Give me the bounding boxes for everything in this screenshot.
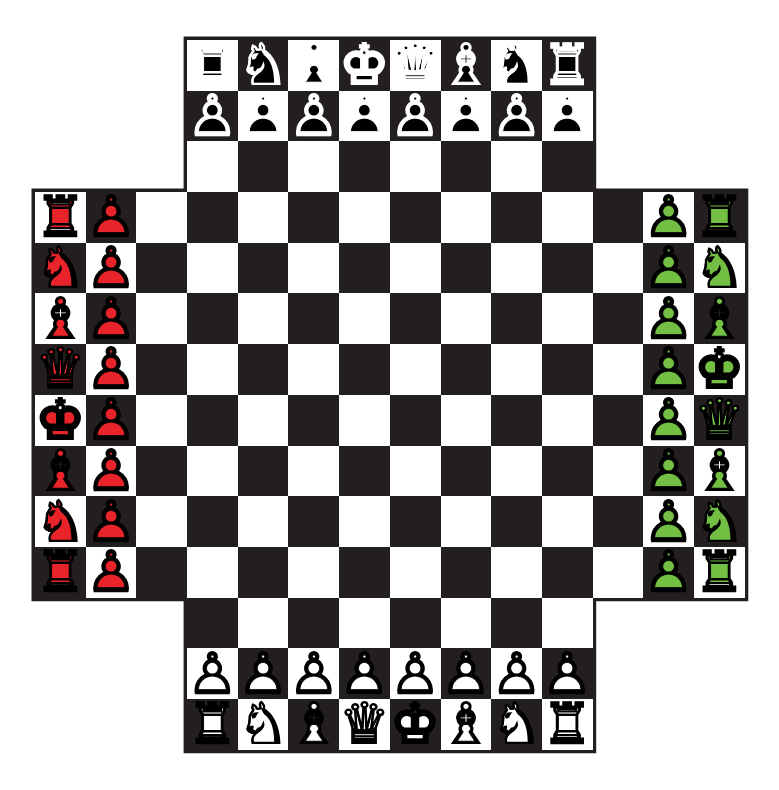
board-square[interactable] [339, 243, 390, 294]
white-rook-icon: ♜♖ [542, 699, 593, 750]
piece-outline-glyph: ♙ [339, 91, 390, 142]
board-square[interactable] [339, 192, 390, 243]
board-square[interactable]: ♟♙ [441, 91, 492, 142]
piece-outline-glyph: ♙ [86, 547, 137, 598]
board-square[interactable] [288, 243, 339, 294]
black-pawn-icon: ♟♙ [491, 91, 542, 142]
board-square[interactable] [593, 496, 644, 547]
piece-outline-glyph: ♙ [441, 91, 492, 142]
board-square[interactable] [441, 547, 492, 598]
board-square[interactable] [441, 395, 492, 446]
board-square[interactable]: ♜♖ [694, 547, 745, 598]
board-square[interactable]: ♚♔ [390, 699, 441, 750]
black-pawn-icon: ♟♙ [390, 91, 441, 142]
piece-outline-glyph: ♙ [288, 91, 339, 142]
piece-outline-glyph: ♖ [187, 699, 238, 750]
board-square[interactable]: ♟♙ [238, 91, 289, 142]
board-square[interactable] [288, 141, 339, 192]
board-square[interactable] [441, 496, 492, 547]
off-board-area [593, 141, 644, 192]
board-square[interactable] [238, 446, 289, 497]
off-board-area [35, 699, 86, 750]
black-pawn-icon: ♟♙ [288, 91, 339, 142]
board-square[interactable]: ♟♙ [86, 547, 137, 598]
off-board-area [35, 91, 86, 142]
board-square[interactable]: ♟♙ [390, 91, 441, 142]
board-square[interactable] [136, 293, 187, 344]
board-square[interactable]: ♟♙ [491, 91, 542, 142]
piece-outline-glyph: ♔ [390, 699, 441, 750]
off-board-area [86, 40, 137, 91]
board-square[interactable] [339, 446, 390, 497]
board-square[interactable] [593, 344, 644, 395]
piece-outline-glyph: ♘ [238, 699, 289, 750]
board-square[interactable]: ♜♖ [542, 699, 593, 750]
board-square[interactable] [187, 141, 238, 192]
piece-outline-glyph: ♙ [643, 547, 694, 598]
board-square[interactable] [441, 243, 492, 294]
board-square[interactable] [542, 344, 593, 395]
board-square[interactable] [542, 395, 593, 446]
board-grid: ♜♖♞♘♝♗♚♔♛♕♝♗♞♘♜♖♟♙♟♙♟♙♟♙♟♙♟♙♟♙♟♙♜♖♟♙♟♙♜♖… [35, 40, 745, 750]
board-square[interactable]: ♝♗ [441, 699, 492, 750]
board-square[interactable] [390, 141, 441, 192]
piece-outline-glyph: ♙ [390, 91, 441, 142]
off-board-area [35, 40, 86, 91]
off-board-area [694, 699, 745, 750]
board-square[interactable] [390, 395, 441, 446]
piece-outline-glyph: ♖ [35, 547, 86, 598]
board-square[interactable] [288, 496, 339, 547]
board-square[interactable] [491, 293, 542, 344]
board-square[interactable]: ♞♘ [491, 699, 542, 750]
board-square[interactable] [187, 293, 238, 344]
board-square[interactable] [593, 192, 644, 243]
board-square[interactable]: ♛♕ [339, 699, 390, 750]
off-board-area [694, 40, 745, 91]
board-square[interactable] [339, 141, 390, 192]
white-queen-icon: ♛♕ [339, 699, 390, 750]
white-rook-icon: ♜♖ [187, 699, 238, 750]
off-board-area [643, 699, 694, 750]
board-square[interactable]: ♟♙ [339, 91, 390, 142]
board-square[interactable] [390, 192, 441, 243]
board-square[interactable] [390, 293, 441, 344]
board-square[interactable] [136, 395, 187, 446]
off-board-area [643, 91, 694, 142]
board-square[interactable] [238, 192, 289, 243]
green-pawn-icon: ♟♙ [643, 547, 694, 598]
board-square[interactable] [542, 446, 593, 497]
piece-outline-glyph: ♗ [288, 699, 339, 750]
red-pawn-icon: ♟♙ [86, 547, 137, 598]
board-square[interactable] [593, 243, 644, 294]
board-square[interactable] [136, 446, 187, 497]
off-board-area [643, 598, 694, 649]
off-board-area [593, 699, 644, 750]
white-bishop-icon: ♝♗ [441, 699, 492, 750]
piece-outline-glyph: ♙ [491, 91, 542, 142]
black-pawn-icon: ♟♙ [238, 91, 289, 142]
board-square[interactable] [441, 293, 492, 344]
off-board-area [136, 598, 187, 649]
piece-outline-glyph: ♙ [187, 91, 238, 142]
off-board-area [86, 699, 137, 750]
board-square[interactable] [542, 496, 593, 547]
black-pawn-icon: ♟♙ [441, 91, 492, 142]
piece-outline-glyph: ♖ [542, 699, 593, 750]
board-square[interactable] [339, 547, 390, 598]
white-knight-icon: ♞♘ [238, 699, 289, 750]
off-board-area [694, 648, 745, 699]
off-board-area [86, 598, 137, 649]
piece-outline-glyph: ♙ [542, 91, 593, 142]
board-square[interactable] [187, 344, 238, 395]
board-square[interactable] [542, 141, 593, 192]
board-square[interactable] [491, 395, 542, 446]
board-square[interactable] [238, 141, 289, 192]
piece-outline-glyph: ♗ [441, 699, 492, 750]
board-square[interactable] [238, 293, 289, 344]
board-square[interactable] [339, 344, 390, 395]
board-square[interactable] [593, 446, 644, 497]
board-square[interactable] [441, 344, 492, 395]
white-bishop-icon: ♝♗ [288, 699, 339, 750]
board-square[interactable] [238, 344, 289, 395]
board-square[interactable] [288, 293, 339, 344]
board-square[interactable] [542, 547, 593, 598]
board-square[interactable] [136, 547, 187, 598]
board-square[interactable] [288, 446, 339, 497]
board-square[interactable] [339, 293, 390, 344]
off-board-area [593, 598, 644, 649]
board-square[interactable] [187, 547, 238, 598]
off-board-area [136, 141, 187, 192]
board-square[interactable]: ♟♙ [187, 91, 238, 142]
board-square[interactable] [441, 141, 492, 192]
off-board-area [593, 40, 644, 91]
board-square[interactable] [491, 141, 542, 192]
board-square[interactable] [390, 547, 441, 598]
off-board-area [86, 91, 137, 142]
board-square[interactable] [491, 446, 542, 497]
board-square[interactable] [542, 192, 593, 243]
off-board-area [136, 699, 187, 750]
board-square[interactable]: ♞♘ [238, 699, 289, 750]
off-board-area [136, 648, 187, 699]
board-square[interactable]: ♝♗ [288, 699, 339, 750]
board-square[interactable] [339, 496, 390, 547]
board-square[interactable] [187, 446, 238, 497]
board-square[interactable] [238, 547, 289, 598]
board-square[interactable] [136, 192, 187, 243]
off-board-area [643, 648, 694, 699]
board-square[interactable] [390, 344, 441, 395]
board-square[interactable] [441, 192, 492, 243]
board-square[interactable] [136, 243, 187, 294]
black-pawn-icon: ♟♙ [339, 91, 390, 142]
board-square[interactable] [238, 395, 289, 446]
off-board-area [136, 91, 187, 142]
off-board-area [35, 598, 86, 649]
white-king-icon: ♚♔ [390, 699, 441, 750]
board-square[interactable] [136, 344, 187, 395]
green-rook-icon: ♜♖ [694, 547, 745, 598]
board-square[interactable] [288, 547, 339, 598]
board-square[interactable] [491, 496, 542, 547]
black-pawn-icon: ♟♙ [187, 91, 238, 142]
board-square[interactable] [491, 243, 542, 294]
board-square[interactable] [593, 293, 644, 344]
piece-outline-glyph: ♖ [694, 547, 745, 598]
red-rook-icon: ♜♖ [35, 547, 86, 598]
board-square[interactable] [593, 395, 644, 446]
board-square[interactable] [491, 192, 542, 243]
board-square[interactable]: ♜♖ [35, 547, 86, 598]
board-square[interactable] [288, 344, 339, 395]
board-square[interactable] [187, 496, 238, 547]
piece-outline-glyph: ♘ [491, 699, 542, 750]
piece-outline-glyph: ♙ [238, 91, 289, 142]
board-square[interactable] [136, 496, 187, 547]
board-square[interactable] [390, 496, 441, 547]
off-board-area [593, 91, 644, 142]
piece-outline-glyph: ♕ [339, 699, 390, 750]
off-board-area [35, 648, 86, 699]
black-pawn-icon: ♟♙ [542, 91, 593, 142]
off-board-area [694, 91, 745, 142]
board-square[interactable] [593, 547, 644, 598]
off-board-area [136, 40, 187, 91]
board-square[interactable] [288, 192, 339, 243]
board-square[interactable] [491, 547, 542, 598]
board-square[interactable] [187, 395, 238, 446]
off-board-area [694, 598, 745, 649]
board-square[interactable] [390, 446, 441, 497]
off-board-area [86, 648, 137, 699]
white-knight-icon: ♞♘ [491, 699, 542, 750]
board-square[interactable]: ♟♙ [288, 91, 339, 142]
board-square[interactable] [491, 344, 542, 395]
board-square[interactable] [288, 395, 339, 446]
board-square[interactable] [238, 243, 289, 294]
board-square[interactable] [339, 395, 390, 446]
board-square[interactable] [187, 192, 238, 243]
board-square[interactable] [542, 293, 593, 344]
board-square[interactable] [542, 243, 593, 294]
board-square[interactable] [238, 496, 289, 547]
board-square[interactable] [187, 243, 238, 294]
board-square[interactable]: ♟♙ [643, 547, 694, 598]
board-square[interactable]: ♟♙ [542, 91, 593, 142]
off-board-area [643, 40, 694, 91]
board-square[interactable] [441, 446, 492, 497]
off-board-area [593, 648, 644, 699]
four-player-chess-screenshot: ♜♖♞♘♝♗♚♔♛♕♝♗♞♘♜♖♟♙♟♙♟♙♟♙♟♙♟♙♟♙♟♙♜♖♟♙♟♙♜♖… [0, 0, 779, 790]
board-square[interactable]: ♜♖ [187, 699, 238, 750]
board-square[interactable] [390, 243, 441, 294]
